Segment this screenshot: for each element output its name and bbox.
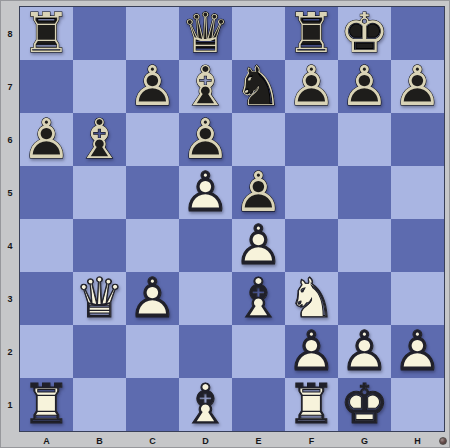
square-a8[interactable]: ♜♖: [20, 7, 73, 60]
piece-white-pawn[interactable]: ♟♙: [126, 272, 179, 325]
piece-white-king[interactable]: ♚♔: [338, 378, 391, 431]
piece-white-pawn[interactable]: ♟♙: [391, 325, 444, 378]
square-c8[interactable]: [126, 7, 179, 60]
square-c6[interactable]: [126, 113, 179, 166]
rank-label-8: 8: [1, 7, 19, 60]
square-b5[interactable]: [73, 166, 126, 219]
square-e4[interactable]: ♟♙: [232, 219, 285, 272]
piece-black-pawn[interactable]: ♟♙: [285, 60, 338, 113]
chess-board: ♜♖♛♕♜♖♚♔♟♙♝♗♞♘♟♙♟♙♟♙♟♙♝♗♟♙♟♙♟♙♟♙♛♕♟♙♝♗♞♘…: [19, 6, 445, 432]
file-label-d: D: [179, 433, 232, 448]
square-c4[interactable]: [126, 219, 179, 272]
square-g1[interactable]: ♚♔: [338, 378, 391, 431]
square-e8[interactable]: [232, 7, 285, 60]
rank-label-3: 3: [1, 272, 19, 325]
rank-label-5: 5: [1, 166, 19, 219]
square-a2[interactable]: [20, 325, 73, 378]
square-d8[interactable]: ♛♕: [179, 7, 232, 60]
square-d5[interactable]: ♟♙: [179, 166, 232, 219]
piece-white-pawn[interactable]: ♟♙: [285, 325, 338, 378]
piece-white-knight[interactable]: ♞♘: [285, 272, 338, 325]
square-f7[interactable]: ♟♙: [285, 60, 338, 113]
piece-white-pawn[interactable]: ♟♙: [179, 166, 232, 219]
rank-label-7: 7: [1, 60, 19, 113]
square-d2[interactable]: [179, 325, 232, 378]
square-a5[interactable]: [20, 166, 73, 219]
rank-label-4: 4: [1, 219, 19, 272]
piece-white-bishop[interactable]: ♝♗: [179, 378, 232, 431]
square-h3[interactable]: [391, 272, 444, 325]
piece-white-queen[interactable]: ♛♕: [73, 272, 126, 325]
piece-black-bishop[interactable]: ♝♗: [73, 113, 126, 166]
square-h2[interactable]: ♟♙: [391, 325, 444, 378]
square-g8[interactable]: ♚♔: [338, 7, 391, 60]
square-b1[interactable]: [73, 378, 126, 431]
square-g4[interactable]: [338, 219, 391, 272]
piece-black-pawn[interactable]: ♟♙: [338, 60, 391, 113]
square-g5[interactable]: [338, 166, 391, 219]
piece-black-pawn[interactable]: ♟♙: [126, 60, 179, 113]
piece-white-pawn[interactable]: ♟♙: [338, 325, 391, 378]
piece-black-rook[interactable]: ♜♖: [285, 7, 338, 60]
rank-label-2: 2: [1, 325, 19, 378]
square-g2[interactable]: ♟♙: [338, 325, 391, 378]
piece-black-pawn[interactable]: ♟♙: [391, 60, 444, 113]
square-f5[interactable]: [285, 166, 338, 219]
square-f6[interactable]: [285, 113, 338, 166]
square-g6[interactable]: [338, 113, 391, 166]
rank-labels: 87654321: [1, 7, 19, 431]
square-c3[interactable]: ♟♙: [126, 272, 179, 325]
square-d7[interactable]: ♝♗: [179, 60, 232, 113]
square-c5[interactable]: [126, 166, 179, 219]
square-c7[interactable]: ♟♙: [126, 60, 179, 113]
square-b4[interactable]: [73, 219, 126, 272]
square-f4[interactable]: [285, 219, 338, 272]
file-label-e: E: [232, 433, 285, 448]
square-h5[interactable]: [391, 166, 444, 219]
file-labels: ABCDEFGH: [20, 433, 444, 448]
piece-black-queen[interactable]: ♛♕: [179, 7, 232, 60]
piece-black-bishop[interactable]: ♝♗: [179, 60, 232, 113]
square-a6[interactable]: ♟♙: [20, 113, 73, 166]
file-label-a: A: [20, 433, 73, 448]
square-a1[interactable]: ♜♖: [20, 378, 73, 431]
square-e3[interactable]: ♝♗: [232, 272, 285, 325]
square-c2[interactable]: [126, 325, 179, 378]
square-b8[interactable]: [73, 7, 126, 60]
square-d1[interactable]: ♝♗: [179, 378, 232, 431]
square-f1[interactable]: ♜♖: [285, 378, 338, 431]
piece-black-king[interactable]: ♚♔: [338, 7, 391, 60]
corner-dot-icon: [439, 437, 447, 445]
square-f2[interactable]: ♟♙: [285, 325, 338, 378]
square-e1[interactable]: [232, 378, 285, 431]
square-h7[interactable]: ♟♙: [391, 60, 444, 113]
square-e7[interactable]: ♞♘: [232, 60, 285, 113]
square-f3[interactable]: ♞♘: [285, 272, 338, 325]
rank-label-6: 6: [1, 113, 19, 166]
piece-white-rook[interactable]: ♜♖: [20, 378, 73, 431]
square-c1[interactable]: [126, 378, 179, 431]
square-b6[interactable]: ♝♗: [73, 113, 126, 166]
piece-white-bishop[interactable]: ♝♗: [232, 272, 285, 325]
square-e5[interactable]: ♟♙: [232, 166, 285, 219]
file-label-c: C: [126, 433, 179, 448]
square-h4[interactable]: [391, 219, 444, 272]
file-label-h: H: [391, 433, 444, 448]
square-a3[interactable]: [20, 272, 73, 325]
piece-black-knight[interactable]: ♞♘: [232, 60, 285, 113]
square-d6[interactable]: ♟♙: [179, 113, 232, 166]
piece-black-pawn[interactable]: ♟♙: [232, 166, 285, 219]
piece-white-rook[interactable]: ♜♖: [285, 378, 338, 431]
square-h8[interactable]: [391, 7, 444, 60]
file-label-g: G: [338, 433, 391, 448]
piece-black-pawn[interactable]: ♟♙: [20, 113, 73, 166]
piece-black-pawn[interactable]: ♟♙: [179, 113, 232, 166]
piece-white-pawn[interactable]: ♟♙: [232, 219, 285, 272]
square-g3[interactable]: [338, 272, 391, 325]
square-e2[interactable]: [232, 325, 285, 378]
square-b2[interactable]: [73, 325, 126, 378]
square-f8[interactable]: ♜♖: [285, 7, 338, 60]
square-e6[interactable]: [232, 113, 285, 166]
chess-board-window: 87654321 ♜♖♛♕♜♖♚♔♟♙♝♗♞♘♟♙♟♙♟♙♟♙♝♗♟♙♟♙♟♙♟…: [0, 0, 450, 448]
square-d4[interactable]: [179, 219, 232, 272]
square-b7[interactable]: [73, 60, 126, 113]
square-h1[interactable]: [391, 378, 444, 431]
file-label-b: B: [73, 433, 126, 448]
square-b3[interactable]: ♛♕: [73, 272, 126, 325]
rank-label-1: 1: [1, 378, 19, 431]
square-d3[interactable]: [179, 272, 232, 325]
piece-black-rook[interactable]: ♜♖: [20, 7, 73, 60]
square-a4[interactable]: [20, 219, 73, 272]
square-g7[interactable]: ♟♙: [338, 60, 391, 113]
square-h6[interactable]: [391, 113, 444, 166]
file-label-f: F: [285, 433, 338, 448]
square-a7[interactable]: [20, 60, 73, 113]
